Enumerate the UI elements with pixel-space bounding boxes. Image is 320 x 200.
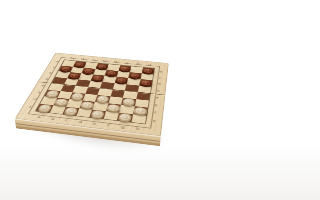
checker-light[interactable] xyxy=(37,104,53,112)
board-square[interactable] xyxy=(66,99,82,108)
board-square[interactable] xyxy=(53,98,69,107)
checker-dark[interactable] xyxy=(129,72,141,79)
board-square[interactable] xyxy=(62,106,79,115)
coordinate-label: c xyxy=(65,118,69,121)
coordinate-label: 3 xyxy=(37,91,41,94)
board-square[interactable] xyxy=(134,99,149,108)
board-square[interactable] xyxy=(133,106,148,115)
board-square[interactable] xyxy=(79,100,95,109)
board-square[interactable] xyxy=(131,114,147,124)
checker-light[interactable] xyxy=(133,106,147,115)
coordinate-label: a xyxy=(70,56,73,58)
checker-light[interactable] xyxy=(90,110,105,119)
coordinate-label: c xyxy=(92,58,95,60)
scene: abcdefgh abcdefgh 87654321 87654321 xyxy=(0,0,200,200)
checker-light[interactable] xyxy=(70,92,84,100)
board-square[interactable] xyxy=(106,103,121,112)
checker-light[interactable] xyxy=(80,101,95,109)
checker-light[interactable] xyxy=(54,98,69,106)
coordinate-label: g xyxy=(136,62,139,64)
board-square[interactable] xyxy=(40,96,56,105)
checker-light[interactable] xyxy=(45,90,60,98)
coordinate-label: 1 xyxy=(152,119,156,122)
checker-light[interactable] xyxy=(63,107,78,116)
checker-light[interactable] xyxy=(118,113,132,122)
board-square[interactable] xyxy=(89,109,105,118)
board-square[interactable] xyxy=(108,96,123,105)
checkers-board: abcdefgh abcdefgh 87654321 87654321 xyxy=(15,53,169,137)
board-square[interactable] xyxy=(49,105,66,114)
board-square[interactable] xyxy=(44,89,60,97)
board-square[interactable] xyxy=(103,111,119,121)
board-square[interactable] xyxy=(119,105,134,114)
board-square[interactable] xyxy=(36,103,53,112)
board-square[interactable] xyxy=(95,95,110,104)
coordinate-label: h xyxy=(148,63,151,65)
product-photo-stage: abcdefgh abcdefgh 87654321 87654321 xyxy=(0,0,200,200)
coordinate-label: e xyxy=(114,60,117,62)
checker-light[interactable] xyxy=(122,98,136,106)
coordinate-label: 2 xyxy=(33,98,37,101)
checker-light[interactable] xyxy=(106,104,120,112)
coordinate-label: b xyxy=(81,57,84,59)
coordinate-label: 5 xyxy=(45,78,49,80)
board-square[interactable] xyxy=(117,112,133,122)
coordinate-label: f xyxy=(126,61,128,63)
board-square[interactable] xyxy=(121,97,136,106)
